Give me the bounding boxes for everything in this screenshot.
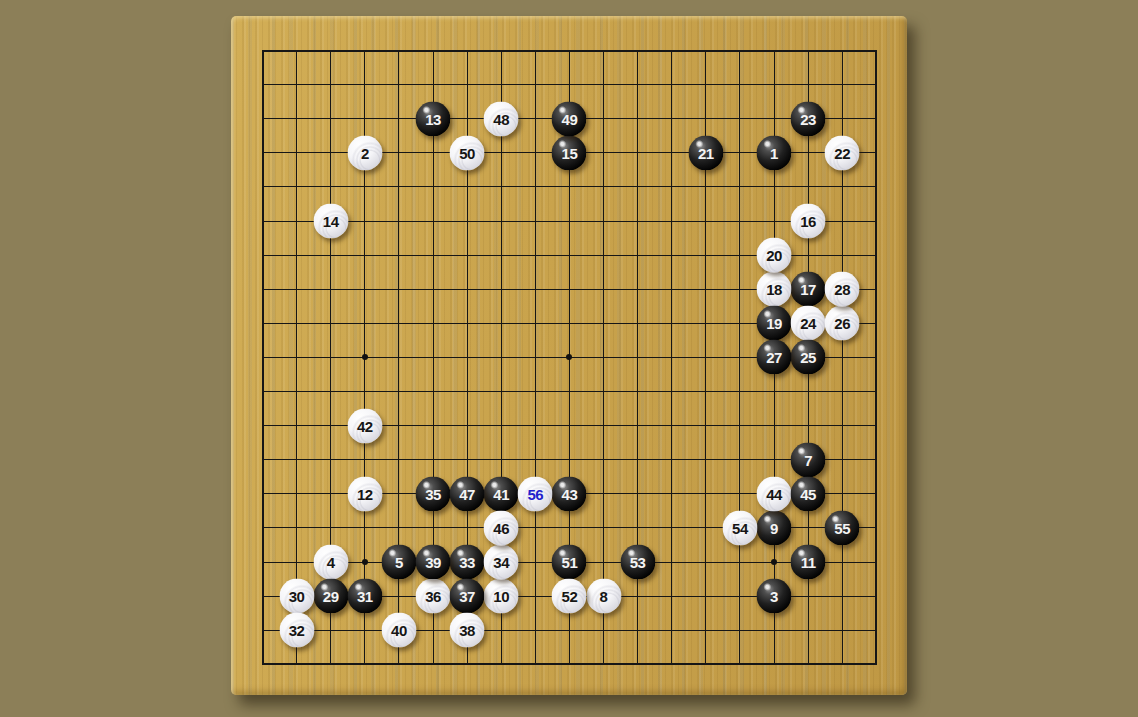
move-number: 16: [800, 214, 816, 229]
move-number: 32: [289, 623, 305, 638]
stone-black-29: 29: [313, 579, 348, 614]
board-grid[interactable]: 1234578910111213141516171819202122232425…: [263, 51, 877, 665]
move-number: 28: [834, 282, 850, 297]
move-number: 17: [800, 282, 816, 297]
stone-white-16: 16: [791, 204, 826, 239]
stone-white-54: 54: [722, 510, 757, 545]
move-number: 41: [493, 486, 509, 501]
move-number: 34: [493, 555, 509, 570]
stone-white-38: 38: [450, 613, 485, 648]
grid-line-horizontal: [262, 630, 878, 631]
stone-white-30: 30: [279, 579, 314, 614]
tatami-background: 1234578910111213141516171819202122232425…: [0, 0, 1138, 717]
move-number: 29: [323, 589, 339, 604]
move-number: 46: [493, 520, 509, 535]
stone-white-34: 34: [484, 545, 519, 580]
grid-line-horizontal: [262, 663, 878, 665]
move-number: 4: [327, 555, 335, 570]
stone-black-17: 17: [791, 272, 826, 307]
stone-white-46: 46: [484, 510, 519, 545]
move-number: 24: [800, 316, 816, 331]
move-number: 13: [425, 111, 441, 126]
stone-black-45: 45: [791, 476, 826, 511]
grid-line-vertical: [739, 50, 740, 666]
stone-black-21: 21: [688, 135, 723, 170]
stone-black-33: 33: [450, 545, 485, 580]
move-number: 30: [289, 589, 305, 604]
star-point: [362, 559, 368, 565]
move-number: 1: [770, 145, 778, 160]
move-number: 47: [459, 486, 475, 501]
move-number: 33: [459, 555, 475, 570]
move-number: 20: [766, 248, 782, 263]
stone-white-2: 2: [347, 135, 382, 170]
grid-line-vertical: [671, 50, 672, 666]
move-number: 7: [804, 452, 812, 467]
stone-white-12: 12: [347, 476, 382, 511]
star-point: [771, 559, 777, 565]
stone-white-24: 24: [791, 306, 826, 341]
star-point: [566, 354, 572, 360]
stone-black-25: 25: [791, 340, 826, 375]
stone-white-26: 26: [825, 306, 860, 341]
move-number: 22: [834, 145, 850, 160]
stone-black-9: 9: [757, 510, 792, 545]
stone-black-27: 27: [757, 340, 792, 375]
stone-white-50: 50: [450, 135, 485, 170]
stone-white-52: 52: [552, 579, 587, 614]
move-number: 42: [357, 418, 373, 433]
stone-white-44: 44: [757, 476, 792, 511]
move-number: 21: [698, 145, 714, 160]
move-number: 11: [801, 555, 816, 570]
grid-line-vertical: [603, 50, 604, 666]
stone-white-28: 28: [825, 272, 860, 307]
move-number: 2: [361, 145, 369, 160]
stone-black-13: 13: [416, 101, 451, 136]
grid-line-vertical: [875, 50, 877, 666]
stone-black-7: 7: [791, 442, 826, 477]
stone-black-5: 5: [381, 545, 416, 580]
stone-black-23: 23: [791, 101, 826, 136]
move-number: 27: [766, 350, 782, 365]
stone-black-31: 31: [347, 579, 382, 614]
stone-white-22: 22: [825, 135, 860, 170]
stone-black-1: 1: [757, 135, 792, 170]
move-number: 55: [834, 520, 850, 535]
move-number: 26: [834, 316, 850, 331]
stone-black-51: 51: [552, 545, 587, 580]
stone-white-42: 42: [347, 408, 382, 443]
stone-white-14: 14: [313, 204, 348, 239]
stone-white-10: 10: [484, 579, 519, 614]
move-number: 39: [425, 555, 441, 570]
move-number: 38: [459, 623, 475, 638]
stone-black-55: 55: [825, 510, 860, 545]
move-number: 54: [732, 520, 748, 535]
move-number: 10: [493, 589, 509, 604]
move-number: 18: [766, 282, 782, 297]
stone-black-53: 53: [620, 545, 655, 580]
goban[interactable]: 1234578910111213141516171819202122232425…: [231, 16, 907, 695]
last-move-number: 56: [527, 486, 543, 501]
move-number: 45: [800, 486, 816, 501]
stone-black-47: 47: [450, 476, 485, 511]
move-number: 8: [600, 589, 608, 604]
stone-black-15: 15: [552, 135, 587, 170]
move-number: 31: [357, 589, 373, 604]
move-number: 53: [630, 555, 646, 570]
stone-white-56: 56: [518, 476, 553, 511]
stone-white-18: 18: [757, 272, 792, 307]
stone-black-39: 39: [416, 545, 451, 580]
stone-black-3: 3: [757, 579, 792, 614]
stone-white-4: 4: [313, 545, 348, 580]
stone-black-49: 49: [552, 101, 587, 136]
grid-line-horizontal: [262, 459, 878, 460]
stone-black-37: 37: [450, 579, 485, 614]
move-number: 35: [425, 486, 441, 501]
move-number: 43: [562, 486, 578, 501]
move-number: 52: [562, 589, 578, 604]
stone-black-19: 19: [757, 306, 792, 341]
move-number: 36: [425, 589, 441, 604]
stone-black-11: 11: [791, 545, 826, 580]
stone-white-20: 20: [757, 238, 792, 273]
move-number: 9: [770, 520, 778, 535]
move-number: 40: [391, 623, 407, 638]
stone-black-41: 41: [484, 476, 519, 511]
grid-line-horizontal: [262, 391, 878, 392]
move-number: 37: [459, 589, 475, 604]
move-number: 19: [766, 316, 782, 331]
move-number: 50: [459, 145, 475, 160]
move-number: 48: [493, 111, 509, 126]
move-number: 12: [357, 486, 373, 501]
move-number: 15: [562, 145, 578, 160]
stone-white-36: 36: [416, 579, 451, 614]
move-number: 3: [770, 589, 778, 604]
stone-white-40: 40: [381, 613, 416, 648]
move-number: 25: [800, 350, 816, 365]
move-number: 51: [562, 555, 578, 570]
stone-black-43: 43: [552, 476, 587, 511]
star-point: [362, 354, 368, 360]
stone-white-48: 48: [484, 101, 519, 136]
move-number: 49: [562, 111, 578, 126]
move-number: 5: [395, 555, 403, 570]
stone-white-8: 8: [586, 579, 621, 614]
move-number: 14: [323, 214, 339, 229]
move-number: 23: [800, 111, 816, 126]
move-number: 44: [766, 486, 782, 501]
stone-white-32: 32: [279, 613, 314, 648]
stone-black-35: 35: [416, 476, 451, 511]
